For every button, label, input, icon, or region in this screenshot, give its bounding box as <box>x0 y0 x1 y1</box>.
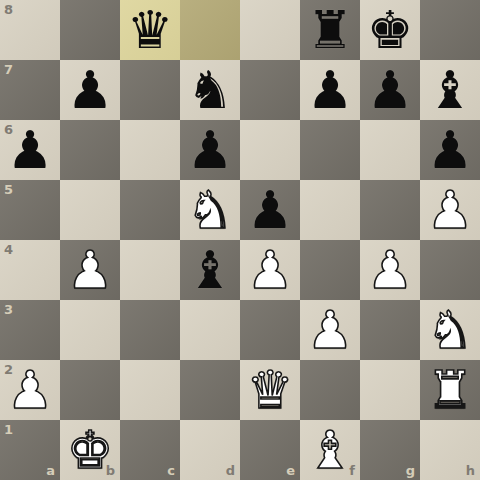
square-f3[interactable]: ♟ <box>300 300 360 360</box>
square-f5[interactable] <box>300 180 360 240</box>
square-a7[interactable]: 7 <box>0 60 60 120</box>
square-h8[interactable] <box>420 0 480 60</box>
square-d6[interactable]: ♟ <box>180 120 240 180</box>
square-c8[interactable]: ♛ <box>120 0 180 60</box>
square-c2[interactable] <box>120 360 180 420</box>
square-g6[interactable] <box>360 120 420 180</box>
chess-app: 8♛♜♚7♟♞♟♟♝6♟♟♟5♞♟♟4♟♝♟♟3♟♞2♟♛♜1ab♚cdef♝g… <box>0 0 480 480</box>
square-e1[interactable]: e <box>240 420 300 480</box>
square-e5[interactable]: ♟ <box>240 180 300 240</box>
piece-black-bishop[interactable]: ♝ <box>427 60 474 120</box>
rank-label-1: 1 <box>4 423 13 436</box>
square-f7[interactable]: ♟ <box>300 60 360 120</box>
square-b3[interactable] <box>60 300 120 360</box>
file-label-g: g <box>406 464 415 477</box>
square-f2[interactable] <box>300 360 360 420</box>
square-d7[interactable]: ♞ <box>180 60 240 120</box>
square-e2[interactable]: ♛ <box>240 360 300 420</box>
square-g8[interactable]: ♚ <box>360 0 420 60</box>
square-g4[interactable]: ♟ <box>360 240 420 300</box>
square-g1[interactable]: g <box>360 420 420 480</box>
file-label-f: f <box>349 464 355 477</box>
piece-black-pawn[interactable]: ♟ <box>7 120 54 180</box>
square-g3[interactable] <box>360 300 420 360</box>
file-label-c: c <box>167 464 175 477</box>
square-h1[interactable]: h <box>420 420 480 480</box>
square-b2[interactable] <box>60 360 120 420</box>
piece-black-queen[interactable]: ♛ <box>127 0 174 60</box>
square-g5[interactable] <box>360 180 420 240</box>
piece-black-pawn[interactable]: ♟ <box>427 120 474 180</box>
square-c4[interactable] <box>120 240 180 300</box>
piece-white-pawn[interactable]: ♟ <box>67 240 114 300</box>
piece-black-pawn[interactable]: ♟ <box>367 60 414 120</box>
square-d1[interactable]: d <box>180 420 240 480</box>
square-h7[interactable]: ♝ <box>420 60 480 120</box>
square-h3[interactable]: ♞ <box>420 300 480 360</box>
rank-label-6: 6 <box>4 123 13 136</box>
file-label-e: e <box>286 464 295 477</box>
piece-white-rook[interactable]: ♜ <box>427 360 474 420</box>
piece-white-knight[interactable]: ♞ <box>427 300 474 360</box>
square-a1[interactable]: 1a <box>0 420 60 480</box>
piece-white-pawn[interactable]: ♟ <box>427 180 474 240</box>
square-c5[interactable] <box>120 180 180 240</box>
square-e3[interactable] <box>240 300 300 360</box>
square-e4[interactable]: ♟ <box>240 240 300 300</box>
square-h5[interactable]: ♟ <box>420 180 480 240</box>
piece-white-pawn[interactable]: ♟ <box>307 300 354 360</box>
square-a6[interactable]: 6♟ <box>0 120 60 180</box>
file-label-h: h <box>466 464 475 477</box>
square-h2[interactable]: ♜ <box>420 360 480 420</box>
file-label-b: b <box>106 464 115 477</box>
piece-black-bishop[interactable]: ♝ <box>187 240 234 300</box>
square-b1[interactable]: b♚ <box>60 420 120 480</box>
square-e8[interactable] <box>240 0 300 60</box>
rank-label-5: 5 <box>4 183 13 196</box>
square-e6[interactable] <box>240 120 300 180</box>
rank-label-7: 7 <box>4 63 13 76</box>
square-f8[interactable]: ♜ <box>300 0 360 60</box>
piece-white-pawn[interactable]: ♟ <box>247 240 294 300</box>
square-d2[interactable] <box>180 360 240 420</box>
piece-black-pawn[interactable]: ♟ <box>307 60 354 120</box>
square-d5[interactable]: ♞ <box>180 180 240 240</box>
piece-white-queen[interactable]: ♛ <box>247 360 294 420</box>
square-c3[interactable] <box>120 300 180 360</box>
square-b8[interactable] <box>60 0 120 60</box>
square-g2[interactable] <box>360 360 420 420</box>
square-b5[interactable] <box>60 180 120 240</box>
square-d3[interactable] <box>180 300 240 360</box>
square-a5[interactable]: 5 <box>0 180 60 240</box>
piece-white-knight[interactable]: ♞ <box>187 180 234 240</box>
piece-white-bishop[interactable]: ♝ <box>307 420 354 480</box>
rank-label-2: 2 <box>4 363 13 376</box>
square-h4[interactable] <box>420 240 480 300</box>
piece-white-pawn[interactable]: ♟ <box>7 360 54 420</box>
square-c1[interactable]: c <box>120 420 180 480</box>
square-e7[interactable] <box>240 60 300 120</box>
rank-label-4: 4 <box>4 243 13 256</box>
square-g7[interactable]: ♟ <box>360 60 420 120</box>
piece-black-rook[interactable]: ♜ <box>307 0 354 60</box>
square-h6[interactable]: ♟ <box>420 120 480 180</box>
square-b6[interactable] <box>60 120 120 180</box>
piece-black-pawn[interactable]: ♟ <box>187 120 234 180</box>
rank-label-3: 3 <box>4 303 13 316</box>
square-b7[interactable]: ♟ <box>60 60 120 120</box>
square-a3[interactable]: 3 <box>0 300 60 360</box>
square-a4[interactable]: 4 <box>0 240 60 300</box>
file-label-a: a <box>46 464 55 477</box>
rank-label-8: 8 <box>4 3 13 16</box>
square-f1[interactable]: f♝ <box>300 420 360 480</box>
piece-black-knight[interactable]: ♞ <box>187 60 234 120</box>
square-b4[interactable]: ♟ <box>60 240 120 300</box>
piece-black-pawn[interactable]: ♟ <box>67 60 114 120</box>
square-a2[interactable]: 2♟ <box>0 360 60 420</box>
square-a8[interactable]: 8 <box>0 0 60 60</box>
square-f6[interactable] <box>300 120 360 180</box>
chess-board: 8♛♜♚7♟♞♟♟♝6♟♟♟5♞♟♟4♟♝♟♟3♟♞2♟♛♜1ab♚cdef♝g… <box>0 0 480 480</box>
square-d8[interactable] <box>180 0 240 60</box>
square-d4[interactable]: ♝ <box>180 240 240 300</box>
square-c7[interactable] <box>120 60 180 120</box>
piece-black-king[interactable]: ♚ <box>367 0 414 60</box>
file-label-d: d <box>226 464 235 477</box>
piece-white-pawn[interactable]: ♟ <box>367 240 414 300</box>
square-f4[interactable] <box>300 240 360 300</box>
square-c6[interactable] <box>120 120 180 180</box>
piece-black-pawn[interactable]: ♟ <box>247 180 294 240</box>
